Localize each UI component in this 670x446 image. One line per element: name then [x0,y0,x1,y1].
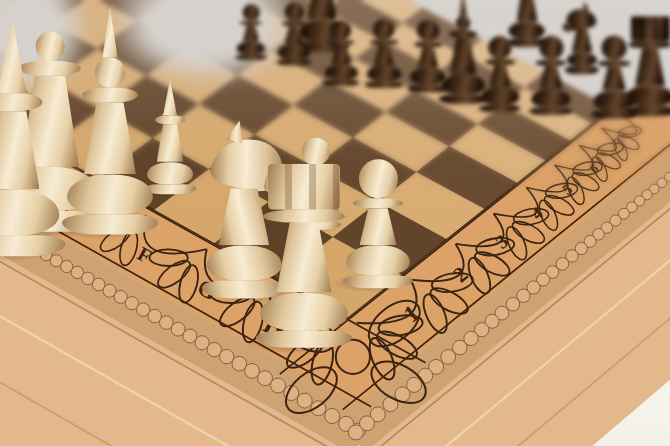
piece-part-disc [535,60,566,66]
piece-part-ball [488,36,511,59]
piece-white-bishop-c1[interactable] [0,18,66,256]
piece-black-pawn-d7[interactable] [323,20,359,86]
piece-white-king-e1[interactable] [62,7,158,234]
piece-part-foot [343,276,413,288]
piece-part-bulb [367,65,402,81]
piece-part-disc [328,40,354,45]
piece-black-pawn-h6[interactable] [592,36,637,119]
piece-white-pawn-h2[interactable] [343,159,413,288]
piece-part-ball [285,2,304,21]
piece-part-spike [98,7,122,57]
piece-part-bulb [0,189,60,235]
piece-part-bulb [260,292,349,330]
piece-part-ball [539,36,563,60]
piece-part-foot [62,215,158,234]
piece-part-disc [240,21,262,25]
piece-part-neck [0,111,40,189]
piece-part-ball [302,138,330,166]
piece-part-neck [602,67,626,91]
piece-part-foot [277,59,311,65]
piece-part-neck [157,124,184,162]
piece-part-neck [418,47,439,68]
piece-part-neck [572,29,593,52]
piece-part-cone [161,79,178,115]
piece-part-bulb [346,245,410,275]
photo-stage: DEFGH123456 [0,0,670,446]
piece-part-disc [449,31,477,38]
piece-part-disc [0,94,42,111]
piece-part-bulb [593,91,634,111]
piece-part-cone [0,18,30,93]
piece-part-bulb [481,87,519,105]
piece-part-neck [243,25,259,41]
piece-part-bulb [237,41,265,54]
piece-part-bulb [67,174,153,215]
piece-black-pawn-h7[interactable] [529,36,572,115]
piece-part-ball [331,20,351,40]
piece-part-ball [417,19,439,41]
piece-part-ball [243,4,260,21]
piece-part-bulb [325,64,358,80]
piece-part-neck [540,66,563,89]
piece-part-disc [282,21,307,26]
piece-part-neck [276,223,331,293]
piece-part-bulb [531,89,571,108]
piece-part-disc [353,198,404,208]
piece-part-ball [95,58,125,88]
piece-part-bulb [441,74,484,94]
piece-part-neck [359,208,396,245]
piece-part-disc [155,116,184,124]
piece-part-neck [517,0,538,22]
piece-part-bulb [278,44,309,59]
piece-part-ball [602,36,627,61]
piece-part-disc [414,41,443,47]
piece-part-foot [0,236,66,256]
piece-part-ball [359,159,398,198]
piece-part-disc [263,209,345,222]
piece-part-neck [285,26,303,44]
piece-black-pawn-g7[interactable] [479,36,520,112]
piece-part-foot [236,55,267,60]
piece-black-pawn-e7[interactable] [365,19,403,88]
piece-part-cap [268,164,340,210]
piece-part-disc [598,61,631,67]
piece-part-neck [489,65,511,87]
piece-part-head [564,6,597,33]
piece-part-neck [307,0,336,20]
piece-part-foot [529,107,572,115]
piece-part-disc [370,40,397,45]
piece-part-neck [450,38,476,74]
piece-part-ball [456,16,471,31]
piece-part-neck [84,102,136,174]
piece-part-foot [256,331,352,348]
piece-black-pawn-b7[interactable] [236,4,267,60]
piece-part-spike [457,0,469,16]
piece-black-pawn-c7[interactable] [277,2,311,65]
piece-part-neck [374,45,394,65]
piece-part-disc [485,59,515,65]
piece-part-neck [332,45,351,64]
piece-white-rook-h1[interactable] [256,164,352,348]
piece-part-disc [82,88,137,102]
piece-part-ball [373,19,394,40]
pieces-layer [0,0,670,446]
piece-part-foot [592,110,637,118]
piece-part-neck [635,48,665,86]
